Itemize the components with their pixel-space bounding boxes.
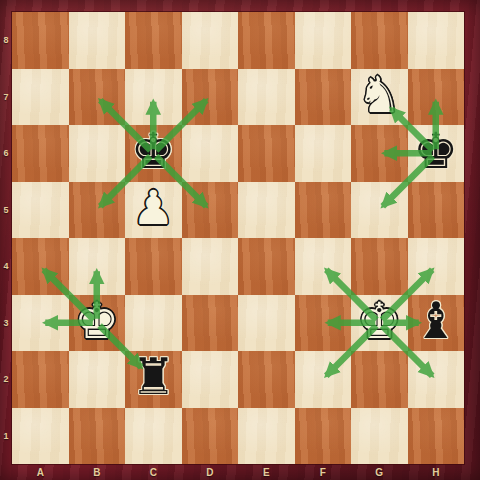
chessboard-app: ♞♚♚♟♚♚♝♜ 87654321ABCDEFGH xyxy=(0,0,480,480)
square-g1[interactable] xyxy=(351,408,408,465)
square-a1[interactable] xyxy=(12,408,69,465)
square-b2[interactable] xyxy=(69,351,126,408)
square-g2[interactable] xyxy=(351,351,408,408)
rank-label-7: 7 xyxy=(0,69,12,126)
square-f3[interactable] xyxy=(295,295,352,352)
square-f6[interactable] xyxy=(295,125,352,182)
square-a4[interactable] xyxy=(12,238,69,295)
rank-label-5: 5 xyxy=(0,182,12,239)
square-d3[interactable] xyxy=(182,295,239,352)
square-g5[interactable] xyxy=(351,182,408,239)
square-c4[interactable] xyxy=(125,238,182,295)
square-e6[interactable] xyxy=(238,125,295,182)
square-c5[interactable] xyxy=(125,182,182,239)
square-h2[interactable] xyxy=(408,351,465,408)
file-label-a: A xyxy=(12,464,69,480)
square-b7[interactable] xyxy=(69,69,126,126)
square-g7[interactable] xyxy=(351,69,408,126)
square-d5[interactable] xyxy=(182,182,239,239)
file-label-b: B xyxy=(69,464,126,480)
square-d8[interactable] xyxy=(182,12,239,69)
square-e8[interactable] xyxy=(238,12,295,69)
square-f4[interactable] xyxy=(295,238,352,295)
square-e3[interactable] xyxy=(238,295,295,352)
square-e2[interactable] xyxy=(238,351,295,408)
square-e7[interactable] xyxy=(238,69,295,126)
chess-board xyxy=(12,12,464,464)
square-c7[interactable] xyxy=(125,69,182,126)
square-a3[interactable] xyxy=(12,295,69,352)
square-f1[interactable] xyxy=(295,408,352,465)
square-g6[interactable] xyxy=(351,125,408,182)
square-f7[interactable] xyxy=(295,69,352,126)
file-label-h: H xyxy=(408,464,465,480)
square-d1[interactable] xyxy=(182,408,239,465)
rank-label-3: 3 xyxy=(0,295,12,352)
square-a6[interactable] xyxy=(12,125,69,182)
square-b5[interactable] xyxy=(69,182,126,239)
square-e1[interactable] xyxy=(238,408,295,465)
square-a8[interactable] xyxy=(12,12,69,69)
rank-label-1: 1 xyxy=(0,408,12,465)
square-c1[interactable] xyxy=(125,408,182,465)
square-f2[interactable] xyxy=(295,351,352,408)
square-b8[interactable] xyxy=(69,12,126,69)
square-g3[interactable] xyxy=(351,295,408,352)
square-h8[interactable] xyxy=(408,12,465,69)
square-h3[interactable] xyxy=(408,295,465,352)
square-c3[interactable] xyxy=(125,295,182,352)
square-d6[interactable] xyxy=(182,125,239,182)
square-h1[interactable] xyxy=(408,408,465,465)
square-b1[interactable] xyxy=(69,408,126,465)
rank-label-2: 2 xyxy=(0,351,12,408)
square-f8[interactable] xyxy=(295,12,352,69)
rank-label-4: 4 xyxy=(0,238,12,295)
square-f5[interactable] xyxy=(295,182,352,239)
file-label-g: G xyxy=(351,464,408,480)
square-d4[interactable] xyxy=(182,238,239,295)
square-c6[interactable] xyxy=(125,125,182,182)
square-h5[interactable] xyxy=(408,182,465,239)
rank-label-6: 6 xyxy=(0,125,12,182)
square-g4[interactable] xyxy=(351,238,408,295)
square-b3[interactable] xyxy=(69,295,126,352)
file-label-e: E xyxy=(238,464,295,480)
file-label-c: C xyxy=(125,464,182,480)
file-label-d: D xyxy=(182,464,239,480)
square-e4[interactable] xyxy=(238,238,295,295)
square-d2[interactable] xyxy=(182,351,239,408)
square-d7[interactable] xyxy=(182,69,239,126)
square-a5[interactable] xyxy=(12,182,69,239)
file-label-f: F xyxy=(295,464,352,480)
square-a7[interactable] xyxy=(12,69,69,126)
rank-label-8: 8 xyxy=(0,12,12,69)
square-b4[interactable] xyxy=(69,238,126,295)
square-c2[interactable] xyxy=(125,351,182,408)
square-b6[interactable] xyxy=(69,125,126,182)
square-h6[interactable] xyxy=(408,125,465,182)
square-h4[interactable] xyxy=(408,238,465,295)
square-g8[interactable] xyxy=(351,12,408,69)
square-a2[interactable] xyxy=(12,351,69,408)
square-c8[interactable] xyxy=(125,12,182,69)
square-h7[interactable] xyxy=(408,69,465,126)
square-e5[interactable] xyxy=(238,182,295,239)
